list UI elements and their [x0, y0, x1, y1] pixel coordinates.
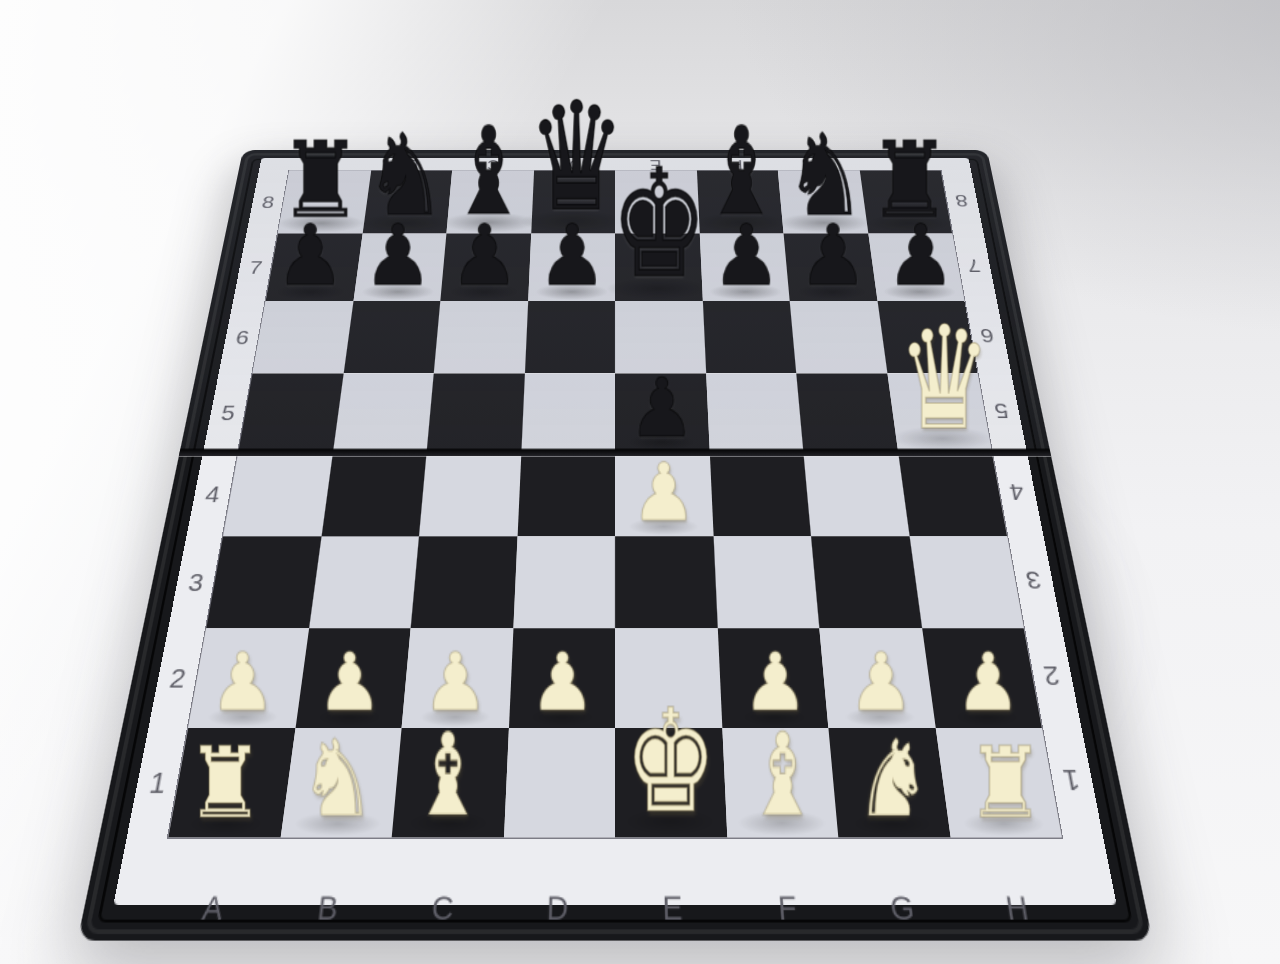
square-a1[interactable]: ♜ — [168, 728, 295, 837]
square-g4[interactable] — [803, 452, 909, 537]
file-label-bottom-e: E — [615, 874, 731, 941]
square-g7[interactable]: ♟ — [784, 233, 877, 300]
square-f6[interactable] — [702, 301, 796, 374]
square-b2[interactable]: ♟ — [295, 628, 411, 728]
piece-black-pawn-b7[interactable]: ♟ — [348, 215, 446, 299]
piece-white-pawn-b2[interactable]: ♟ — [289, 644, 408, 724]
piece-black-pawn-f7[interactable]: ♟ — [697, 215, 795, 299]
square-h1[interactable]: ♜ — [935, 728, 1062, 837]
square-c5[interactable] — [427, 373, 525, 451]
file-label-bottom-g: G — [842, 874, 964, 941]
square-g1[interactable]: ♞ — [828, 728, 950, 837]
square-b5[interactable] — [332, 373, 433, 451]
square-e4[interactable]: ♟ — [615, 452, 713, 537]
piece-white-pawn-d2[interactable]: ♟ — [502, 644, 621, 724]
piece-white-bishop-f1[interactable]: ♝ — [726, 719, 837, 833]
square-h3[interactable] — [909, 536, 1024, 628]
square-a3[interactable] — [206, 536, 321, 628]
square-h4[interactable] — [898, 452, 1008, 537]
square-g5[interactable] — [796, 373, 897, 451]
square-f3[interactable] — [713, 536, 819, 628]
file-label-bottom-h: H — [955, 874, 1080, 941]
square-h5[interactable]: ♛ — [887, 373, 992, 451]
piece-black-pawn-d7[interactable]: ♟ — [523, 215, 621, 299]
piece-black-pawn-h7[interactable]: ♟ — [871, 215, 969, 299]
square-d4[interactable] — [517, 452, 615, 537]
square-b1[interactable]: ♞ — [280, 728, 402, 837]
square-g3[interactable] — [811, 536, 921, 628]
square-d2[interactable]: ♟ — [508, 628, 615, 728]
square-h7[interactable]: ♟ — [868, 233, 965, 300]
square-c4[interactable] — [419, 452, 521, 537]
square-c1[interactable]: ♝ — [392, 728, 509, 837]
file-label-bottom-c: C — [382, 874, 501, 941]
square-g6[interactable] — [790, 301, 887, 374]
file-label-bottom-a: A — [150, 874, 275, 941]
square-e1[interactable]: ♚ — [615, 728, 727, 837]
square-f5[interactable] — [706, 373, 804, 451]
square-e7[interactable]: ♚ — [615, 233, 702, 300]
squares-grid: ♜♞♝♛♝♞♜♟♟♟♟♚♟♟♟♟♛♟♟♟♟♟♟♟♟♜♞♝♚♝♞♜ — [168, 171, 1061, 838]
piece-white-queen-h5[interactable]: ♛ — [892, 307, 995, 450]
table-scene: ♜♞♝♛♝♞♜♟♟♟♟♚♟♟♟♟♛♟♟♟♟♟♟♟♟♜♞♝♚♝♞♜ ABCDEFG… — [0, 0, 1280, 964]
square-f4[interactable] — [709, 452, 811, 537]
square-a6[interactable] — [252, 301, 352, 374]
square-a5[interactable] — [238, 373, 343, 451]
square-e5[interactable]: ♟ — [615, 373, 709, 451]
piece-white-rook-h1[interactable]: ♜ — [941, 735, 1069, 833]
square-c7[interactable]: ♟ — [440, 233, 530, 300]
square-b7[interactable]: ♟ — [353, 233, 446, 300]
square-a7[interactable]: ♟ — [266, 233, 363, 300]
square-c3[interactable] — [411, 536, 517, 628]
square-c6[interactable] — [434, 301, 528, 374]
square-e3[interactable] — [615, 536, 717, 628]
piece-white-bishop-c1[interactable]: ♝ — [392, 719, 503, 833]
piece-black-pawn-a7[interactable]: ♟ — [261, 215, 359, 299]
chess-board: ♜♞♝♛♝♞♜♟♟♟♟♚♟♟♟♟♛♟♟♟♟♟♟♟♟♜♞♝♚♝♞♜ ABCDEFG… — [77, 150, 1152, 941]
square-g2[interactable]: ♟ — [819, 628, 935, 728]
piece-white-knight-b1[interactable]: ♞ — [278, 727, 395, 833]
piece-white-pawn-h2[interactable]: ♟ — [928, 644, 1047, 724]
square-f1[interactable]: ♝ — [722, 728, 839, 837]
square-d1[interactable] — [503, 728, 615, 837]
square-a4[interactable] — [223, 452, 333, 537]
square-b4[interactable] — [321, 452, 427, 537]
board-margin: ♜♞♝♛♝♞♜♟♟♟♟♚♟♟♟♟♛♟♟♟♟♟♟♟♟♜♞♝♚♝♞♜ — [113, 158, 1116, 905]
square-f7[interactable]: ♟ — [699, 233, 789, 300]
file-labels-bottom: ABCDEFGH — [150, 874, 1081, 941]
piece-white-pawn-a2[interactable]: ♟ — [183, 644, 302, 724]
piece-white-pawn-g2[interactable]: ♟ — [821, 644, 940, 724]
piece-white-knight-g1[interactable]: ♞ — [835, 727, 952, 833]
square-b3[interactable] — [308, 536, 418, 628]
file-label-bottom-f: F — [728, 874, 847, 941]
piece-white-pawn-e4[interactable]: ♟ — [609, 453, 719, 533]
file-label-bottom-d: D — [499, 874, 615, 941]
piece-black-pawn-g7[interactable]: ♟ — [784, 215, 882, 299]
file-label-bottom-b: B — [266, 874, 388, 941]
perspective-container: ♜♞♝♛♝♞♜♟♟♟♟♚♟♟♟♟♛♟♟♟♟♟♟♟♟♜♞♝♚♝♞♜ ABCDEFG… — [0, 0, 1280, 964]
square-d5[interactable] — [521, 373, 615, 451]
piece-black-pawn-e5[interactable]: ♟ — [609, 368, 714, 449]
piece-black-pawn-c7[interactable]: ♟ — [435, 215, 533, 299]
piece-white-king-e1[interactable]: ♚ — [609, 692, 731, 834]
square-d7[interactable]: ♟ — [528, 233, 615, 300]
square-d3[interactable] — [513, 536, 615, 628]
square-b6[interactable] — [343, 301, 440, 374]
square-d6[interactable] — [524, 301, 615, 374]
square-h2[interactable]: ♟ — [922, 628, 1042, 728]
piece-black-king-e7[interactable]: ♚ — [611, 151, 707, 300]
piece-white-rook-a1[interactable]: ♜ — [161, 735, 289, 833]
